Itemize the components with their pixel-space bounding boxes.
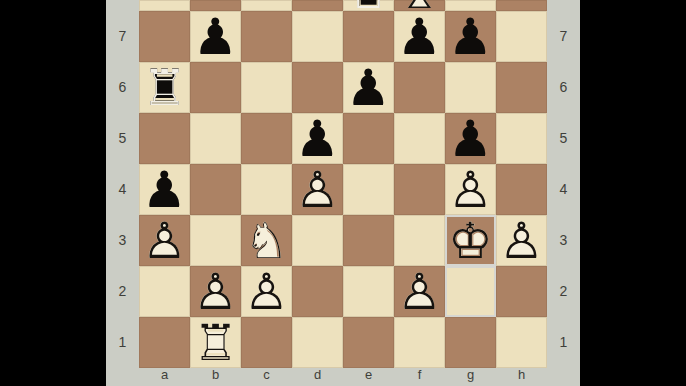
square-g8[interactable] (445, 0, 496, 11)
square-a5[interactable] (139, 113, 190, 164)
piece-white-pawn-b2[interactable]: ♟♙ (190, 266, 241, 317)
square-c2[interactable]: ♟♙ (241, 266, 292, 317)
square-a8[interactable] (139, 0, 190, 11)
rank-label-6-left: 6 (106, 62, 139, 113)
piece-white-pawn-h3[interactable]: ♟♙ (496, 215, 547, 266)
white-pawn-outline-icon: ♙ (292, 164, 343, 215)
square-a7[interactable] (139, 11, 190, 62)
square-b2[interactable]: ♟♙ (190, 266, 241, 317)
file-label-a: a (139, 366, 190, 386)
square-h4[interactable] (496, 164, 547, 215)
square-g4[interactable]: ♟♙ (445, 164, 496, 215)
square-b4[interactable] (190, 164, 241, 215)
rank-label-2-right: 2 (547, 266, 580, 317)
black-pawn-icon: ♟ (139, 164, 190, 215)
file-label-g: g (445, 366, 496, 386)
file-label-h: h (496, 366, 547, 386)
square-g3[interactable]: ♚♔ (445, 215, 496, 266)
square-a4[interactable]: ♟ (139, 164, 190, 215)
square-e1[interactable] (343, 317, 394, 368)
file-label-f: f (394, 366, 445, 386)
square-g5[interactable]: ♟ (445, 113, 496, 164)
piece-black-rook-a6[interactable]: ♜♖ (139, 62, 190, 113)
square-d8[interactable] (292, 0, 343, 11)
square-d7[interactable] (292, 11, 343, 62)
white-rook-icon: ♜ (190, 317, 241, 368)
piece-white-pawn-d4[interactable]: ♟♙ (292, 164, 343, 215)
video-frame: { "game": "chess", "position": { "fen": … (0, 0, 686, 386)
white-pawn-icon: ♟ (139, 215, 190, 266)
black-pawn-icon: ♟ (343, 62, 394, 113)
file-label-b: b (190, 366, 241, 386)
black-rook-icon: ♜ (139, 62, 190, 113)
square-b1[interactable]: ♜♖ (190, 317, 241, 368)
square-e5[interactable] (343, 113, 394, 164)
square-f2[interactable]: ♟♙ (394, 266, 445, 317)
white-pawn-icon: ♟ (292, 164, 343, 215)
piece-black-pawn-g5[interactable]: ♟ (445, 113, 496, 164)
piece-white-pawn-f2[interactable]: ♟♙ (394, 266, 445, 317)
white-pawn-outline-icon: ♙ (241, 266, 292, 317)
white-king-outline-icon: ♔ (445, 215, 496, 266)
rank-label-5-left: 5 (106, 113, 139, 164)
square-g2[interactable] (445, 266, 496, 317)
square-b7[interactable]: ♟ (190, 11, 241, 62)
square-c7[interactable] (241, 11, 292, 62)
black-pawn-icon: ♟ (445, 113, 496, 164)
square-c5[interactable] (241, 113, 292, 164)
square-b8[interactable] (190, 0, 241, 11)
rank-label-7-left: 7 (106, 11, 139, 62)
piece-black-pawn-d5[interactable]: ♟ (292, 113, 343, 164)
square-c4[interactable] (241, 164, 292, 215)
square-h3[interactable]: ♟♙ (496, 215, 547, 266)
square-f7[interactable]: ♟ (394, 11, 445, 62)
piece-white-king-g3[interactable]: ♚♔ (445, 215, 496, 266)
rank-label-1-right: 1 (547, 317, 580, 368)
black-pawn-icon: ♟ (292, 113, 343, 164)
file-label-d: d (292, 366, 343, 386)
rank-label-3-right: 3 (547, 215, 580, 266)
white-pawn-icon: ♟ (496, 215, 547, 266)
square-c8[interactable] (241, 0, 292, 11)
white-knight-outline-icon: ♘ (241, 215, 292, 266)
square-e2[interactable] (343, 266, 394, 317)
board-panel: ♚♔♝♗♟♟♟♜♖♟♟♟♟♟♙♟♙♟♙♞♘♚♔♟♙♟♙♟♙♟♙♜♖ 765432… (106, 0, 580, 386)
square-g7[interactable]: ♟ (445, 11, 496, 62)
square-h8[interactable] (496, 0, 547, 11)
square-h2[interactable] (496, 266, 547, 317)
square-b5[interactable] (190, 113, 241, 164)
rank-label-4-left: 4 (106, 164, 139, 215)
rank-label-4-right: 4 (547, 164, 580, 215)
square-d4[interactable]: ♟♙ (292, 164, 343, 215)
square-d2[interactable] (292, 266, 343, 317)
piece-black-pawn-g7[interactable]: ♟ (445, 11, 496, 62)
square-c6[interactable] (241, 62, 292, 113)
white-pawn-icon: ♟ (445, 164, 496, 215)
rank-label-1-left: 1 (106, 317, 139, 368)
rank-label-7-right: 7 (547, 11, 580, 62)
square-f1[interactable] (394, 317, 445, 368)
piece-white-rook-b1[interactable]: ♜♖ (190, 317, 241, 368)
square-g1[interactable] (445, 317, 496, 368)
square-e4[interactable] (343, 164, 394, 215)
white-pawn-outline-icon: ♙ (190, 266, 241, 317)
square-f4[interactable] (394, 164, 445, 215)
file-labels: abcdefgh (139, 366, 547, 386)
square-b3[interactable] (190, 215, 241, 266)
square-a6[interactable]: ♜♖ (139, 62, 190, 113)
black-rook-outline-icon: ♖ (139, 62, 190, 113)
black-pawn-icon: ♟ (445, 11, 496, 62)
square-a1[interactable] (139, 317, 190, 368)
square-a3[interactable]: ♟♙ (139, 215, 190, 266)
white-pawn-outline-icon: ♙ (496, 215, 547, 266)
square-h1[interactable] (496, 317, 547, 368)
square-h6[interactable] (496, 62, 547, 113)
square-e6[interactable]: ♟ (343, 62, 394, 113)
square-b6[interactable] (190, 62, 241, 113)
white-pawn-icon: ♟ (190, 266, 241, 317)
piece-white-pawn-c2[interactable]: ♟♙ (241, 266, 292, 317)
white-pawn-icon: ♟ (394, 266, 445, 317)
square-f5[interactable] (394, 113, 445, 164)
square-d5[interactable]: ♟ (292, 113, 343, 164)
white-pawn-outline-icon: ♙ (394, 266, 445, 317)
square-h7[interactable] (496, 11, 547, 62)
square-h5[interactable] (496, 113, 547, 164)
square-c1[interactable] (241, 317, 292, 368)
square-d6[interactable] (292, 62, 343, 113)
white-knight-icon: ♞ (241, 215, 292, 266)
rank-label-2-left: 2 (106, 266, 139, 317)
chess-board: ♚♔♝♗♟♟♟♜♖♟♟♟♟♟♙♟♙♟♙♞♘♚♔♟♙♟♙♟♙♟♙♜♖ (139, 0, 547, 368)
piece-black-pawn-e6[interactable]: ♟ (343, 62, 394, 113)
square-g6[interactable] (445, 62, 496, 113)
white-pawn-outline-icon: ♙ (445, 164, 496, 215)
black-pawn-icon: ♟ (190, 11, 241, 62)
piece-black-pawn-f7[interactable]: ♟ (394, 11, 445, 62)
piece-white-knight-c3[interactable]: ♞♘ (241, 215, 292, 266)
white-pawn-icon: ♟ (241, 266, 292, 317)
square-d3[interactable] (292, 215, 343, 266)
piece-black-pawn-a4[interactable]: ♟ (139, 164, 190, 215)
square-f3[interactable] (394, 215, 445, 266)
rank-label-6-right: 6 (547, 62, 580, 113)
file-label-e: e (343, 366, 394, 386)
square-e8[interactable]: ♚♔ (343, 0, 394, 11)
rank-label-3-left: 3 (106, 215, 139, 266)
white-king-icon: ♚ (445, 215, 496, 266)
white-rook-outline-icon: ♖ (190, 317, 241, 368)
piece-black-pawn-b7[interactable]: ♟ (190, 11, 241, 62)
piece-white-pawn-a3[interactable]: ♟♙ (139, 215, 190, 266)
square-f8[interactable]: ♝♗ (394, 0, 445, 11)
square-f6[interactable] (394, 62, 445, 113)
black-pawn-icon: ♟ (394, 11, 445, 62)
square-a2[interactable] (139, 266, 190, 317)
square-e3[interactable] (343, 215, 394, 266)
white-pawn-outline-icon: ♙ (139, 215, 190, 266)
piece-white-pawn-g4[interactable]: ♟♙ (445, 164, 496, 215)
square-e7[interactable] (343, 11, 394, 62)
rank-label-5-right: 5 (547, 113, 580, 164)
square-d1[interactable] (292, 317, 343, 368)
file-label-c: c (241, 366, 292, 386)
square-c3[interactable]: ♞♘ (241, 215, 292, 266)
